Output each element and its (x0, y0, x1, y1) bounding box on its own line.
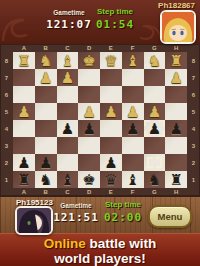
opponent-steptime-value: 01:54 (86, 18, 144, 31)
square-c8[interactable]: ♝ (57, 52, 79, 69)
square-c5[interactable] (57, 103, 79, 120)
dark-rook: ♜ (169, 172, 182, 188)
square-b6[interactable] (35, 86, 57, 103)
square-d6[interactable] (78, 86, 100, 103)
square-e8[interactable]: ♛ (100, 52, 122, 69)
dark-pawn: ♟ (148, 121, 161, 137)
file-label-bottom-a: A (13, 188, 35, 196)
square-a4[interactable] (13, 120, 35, 137)
square-d4[interactable]: ♟ (78, 120, 100, 137)
dark-pawn: ♟ (82, 121, 95, 137)
promo-banner-line1-rest: battle with (86, 236, 157, 251)
square-h3[interactable] (165, 137, 187, 154)
chess-board: ABCDEFGH8♜♞♝♚♛♝♞♜87♟♟♟7665♟♟♟♟♟54♟♟♟♟♟43… (0, 44, 200, 196)
rank-label-left-4: 4 (0, 120, 13, 137)
square-d5[interactable]: ♟ (78, 103, 100, 120)
square-f7[interactable] (122, 69, 144, 86)
dark-pawn: ♟ (169, 121, 182, 137)
square-f2[interactable] (122, 154, 144, 171)
rank-label-right-8: 8 (187, 52, 200, 69)
square-f3[interactable] (122, 137, 144, 154)
square-g4[interactable]: ♟ (144, 120, 166, 137)
square-h6[interactable] (165, 86, 187, 103)
square-a1[interactable]: ♜ (13, 171, 35, 188)
square-e3[interactable] (100, 137, 122, 154)
square-d8[interactable]: ♚ (78, 52, 100, 69)
player-gametime-value: 121:51 (50, 211, 102, 224)
square-e6[interactable] (100, 86, 122, 103)
file-label-top-a: A (13, 44, 35, 52)
square-h1[interactable]: ♜ (165, 171, 187, 188)
rank-label-right-7: 7 (187, 69, 200, 86)
file-label-top-f: F (122, 44, 144, 52)
square-d7[interactable] (78, 69, 100, 86)
square-c1[interactable]: ♝ (57, 171, 79, 188)
gold-pawn: ♟ (148, 104, 161, 120)
square-g5[interactable]: ♟ (144, 103, 166, 120)
square-f8[interactable]: ♝ (122, 52, 144, 69)
square-c2[interactable] (57, 154, 79, 171)
rank-label-right-6: 6 (187, 86, 200, 103)
square-a5[interactable]: ♟ (13, 103, 35, 120)
gold-pawn: ♟ (169, 70, 182, 86)
board-corner (0, 188, 13, 196)
square-h4[interactable]: ♟ (165, 120, 187, 137)
square-g8[interactable]: ♞ (144, 52, 166, 69)
opponent-name: Ph182867 (158, 1, 195, 10)
promo-banner-line2: world players! (54, 251, 146, 266)
gold-rook: ♜ (169, 53, 182, 69)
file-label-bottom-e: E (100, 188, 122, 196)
square-d3[interactable] (78, 137, 100, 154)
file-label-bottom-h: H (165, 188, 187, 196)
square-e5[interactable]: ♟ (100, 103, 122, 120)
gold-rook: ♜ (17, 53, 30, 69)
gold-pawn: ♟ (82, 104, 95, 120)
square-b2[interactable]: ♟ (35, 154, 57, 171)
square-h7[interactable]: ♟ (165, 69, 187, 86)
square-f1[interactable]: ♝ (122, 171, 144, 188)
opponent-avatar[interactable] (160, 10, 196, 44)
promo-banner-line1-highlight: Online (44, 236, 86, 251)
file-label-bottom-d: D (78, 188, 100, 196)
rank-label-right-1: 1 (187, 171, 200, 188)
dark-king: ♚ (82, 172, 95, 188)
file-label-top-e: E (100, 44, 122, 52)
gold-knight: ♞ (148, 53, 161, 69)
player-steptime: Step time 02:00 (100, 200, 146, 224)
dark-pawn: ♟ (104, 155, 117, 171)
rank-label-right-2: 2 (187, 154, 200, 171)
gold-king: ♚ (82, 53, 95, 69)
square-h8[interactable]: ♜ (165, 52, 187, 69)
square-a8[interactable]: ♜ (13, 52, 35, 69)
player-gametime: Gametime 121:51 (50, 202, 102, 224)
file-label-bottom-f: F (122, 188, 144, 196)
square-a6[interactable] (13, 86, 35, 103)
file-label-top-b: B (35, 44, 57, 52)
gold-pawn: ♟ (39, 70, 52, 86)
square-f4[interactable]: ♟ (122, 120, 144, 137)
gold-pawn: ♟ (104, 104, 117, 120)
square-b3[interactable] (35, 137, 57, 154)
rank-label-left-3: 3 (0, 137, 13, 154)
dark-bishop: ♝ (126, 172, 139, 188)
square-g6[interactable] (144, 86, 166, 103)
file-label-bottom-c: C (57, 188, 79, 196)
opponent-steptime-label: Step time (86, 7, 144, 16)
square-b4[interactable] (35, 120, 57, 137)
rank-label-left-7: 7 (0, 69, 13, 86)
square-c6[interactable] (57, 86, 79, 103)
square-g3[interactable] (144, 137, 166, 154)
rank-label-left-6: 6 (0, 86, 13, 103)
rank-label-right-4: 4 (187, 120, 200, 137)
gold-bishop: ♝ (61, 53, 74, 69)
square-e4[interactable] (100, 120, 122, 137)
square-b7[interactable]: ♟ (35, 69, 57, 86)
file-label-top-d: D (78, 44, 100, 52)
square-f6[interactable] (122, 86, 144, 103)
square-a7[interactable] (13, 69, 35, 86)
file-label-top-h: H (165, 44, 187, 52)
rank-label-left-2: 2 (0, 154, 13, 171)
last-move-from-chevron-bl (147, 162, 153, 168)
square-d1[interactable]: ♚ (78, 171, 100, 188)
square-d2[interactable] (78, 154, 100, 171)
last-move-from-marker (144, 154, 166, 171)
dark-knight: ♞ (39, 172, 52, 188)
square-e1[interactable]: ♛ (100, 171, 122, 188)
square-c7[interactable]: ♟ (57, 69, 79, 86)
rank-label-left-1: 1 (0, 171, 13, 188)
gold-bishop: ♝ (126, 53, 139, 69)
last-move-from-chevron-br (156, 162, 162, 168)
square-f5[interactable]: ♟ (122, 103, 144, 120)
opponent-steptime: Step time 01:54 (86, 7, 144, 31)
rank-label-left-8: 8 (0, 52, 13, 69)
square-a3[interactable] (13, 137, 35, 154)
opponent-info-bar: Gametime 121:07 Step time 01:54 Ph182867 (0, 0, 200, 44)
square-e7[interactable] (100, 69, 122, 86)
file-label-top-g: G (144, 44, 166, 52)
rank-label-right-3: 3 (187, 137, 200, 154)
board-corner (0, 44, 13, 52)
square-e2[interactable]: ♟ (100, 154, 122, 171)
promo-banner-line1: Online battle with (44, 236, 157, 251)
square-b8[interactable]: ♞ (35, 52, 57, 69)
gold-pawn: ♟ (126, 104, 139, 120)
dark-pawn: ♟ (17, 155, 30, 171)
square-b5[interactable] (35, 103, 57, 120)
player-info-bar: Ph195123 Gametime 121:51 Step time 02:00… (0, 196, 200, 233)
dark-queen: ♛ (104, 172, 117, 188)
square-c4[interactable]: ♟ (57, 120, 79, 137)
square-c3[interactable] (57, 137, 79, 154)
file-label-bottom-b: B (35, 188, 57, 196)
player-steptime-value: 02:00 (100, 211, 146, 224)
dark-pawn: ♟ (61, 121, 74, 137)
player-gametime-label: Gametime (50, 202, 102, 209)
square-b1[interactable]: ♞ (35, 171, 57, 188)
dark-pawn: ♟ (126, 121, 139, 137)
square-h2[interactable] (165, 154, 187, 171)
gold-queen: ♛ (104, 53, 117, 69)
board-corner (187, 44, 200, 52)
player-steptime-label: Step time (100, 200, 146, 209)
dark-bishop: ♝ (61, 172, 74, 188)
file-label-bottom-g: G (144, 188, 166, 196)
square-g1[interactable]: ♞ (144, 171, 166, 188)
rank-label-left-5: 5 (0, 103, 13, 120)
dark-rook: ♜ (17, 172, 30, 188)
square-g2[interactable] (144, 154, 166, 171)
file-label-top-c: C (57, 44, 79, 52)
app-root: Gametime 121:07 Step time 01:54 Ph182867… (0, 0, 200, 266)
promo-banner: Online battle with world players! (0, 233, 200, 266)
player-avatar[interactable] (15, 206, 53, 235)
dark-knight: ♞ (148, 172, 161, 188)
gold-knight: ♞ (39, 53, 52, 69)
square-h5[interactable] (165, 103, 187, 120)
menu-button[interactable]: Menu (148, 205, 192, 228)
gold-pawn: ♟ (61, 70, 74, 86)
dark-pawn: ♟ (39, 155, 52, 171)
rank-label-right-5: 5 (187, 103, 200, 120)
board-corner (187, 188, 200, 196)
square-g7[interactable] (144, 69, 166, 86)
gold-pawn: ♟ (17, 104, 30, 120)
square-a2[interactable]: ♟ (13, 154, 35, 171)
